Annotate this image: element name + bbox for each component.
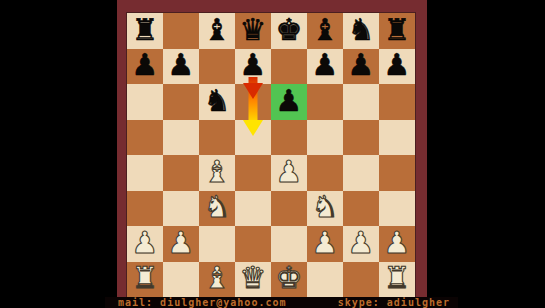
square-h1[interactable]: ♜ [379, 262, 415, 298]
piece-white-bishop[interactable]: ♝ [204, 157, 231, 187]
square-g6[interactable] [343, 84, 379, 120]
square-h6[interactable] [379, 84, 415, 120]
piece-white-pawn[interactable]: ♟ [348, 228, 375, 258]
square-a4[interactable] [127, 155, 163, 191]
square-b5[interactable] [163, 120, 199, 156]
square-c3[interactable]: ♞ [199, 191, 235, 227]
piece-white-knight[interactable]: ♞ [312, 192, 339, 222]
left-letterbox [0, 0, 117, 308]
piece-white-rook[interactable]: ♜ [132, 263, 159, 293]
square-c4[interactable]: ♝ [199, 155, 235, 191]
square-c7[interactable] [199, 49, 235, 85]
square-a2[interactable]: ♟ [127, 226, 163, 262]
piece-black-knight[interactable]: ♞ [348, 15, 375, 45]
square-f5[interactable] [307, 120, 343, 156]
square-d7[interactable]: ♟ [235, 49, 271, 85]
square-c1[interactable]: ♝ [199, 262, 235, 298]
square-g2[interactable]: ♟ [343, 226, 379, 262]
square-h8[interactable]: ♜ [379, 13, 415, 49]
piece-black-rook[interactable]: ♜ [384, 15, 411, 45]
video-frame: ♜♝♛♚♝♞♜♟♟♟♟♟♟♞♟♝♟♞♞♟♟♟♟♟♜♝♛♚♜ [117, 0, 427, 297]
piece-white-pawn[interactable]: ♟ [312, 228, 339, 258]
square-e2[interactable] [271, 226, 307, 262]
square-f4[interactable] [307, 155, 343, 191]
square-e4[interactable]: ♟ [271, 155, 307, 191]
piece-black-pawn[interactable]: ♟ [312, 50, 339, 80]
piece-black-bishop[interactable]: ♝ [204, 15, 231, 45]
square-f6[interactable] [307, 84, 343, 120]
square-a3[interactable] [127, 191, 163, 227]
right-letterbox [427, 0, 545, 308]
piece-black-rook[interactable]: ♜ [132, 15, 159, 45]
caption-bar: mail: diulgher@yahoo.com skype: adiulghe… [105, 297, 458, 308]
square-g1[interactable] [343, 262, 379, 298]
square-g3[interactable] [343, 191, 379, 227]
square-g4[interactable] [343, 155, 379, 191]
square-b6[interactable] [163, 84, 199, 120]
piece-white-king[interactable]: ♚ [276, 263, 303, 293]
chess-board[interactable]: ♜♝♛♚♝♞♜♟♟♟♟♟♟♞♟♝♟♞♞♟♟♟♟♟♜♝♛♚♜ [127, 13, 415, 297]
square-g7[interactable]: ♟ [343, 49, 379, 85]
square-f7[interactable]: ♟ [307, 49, 343, 85]
piece-black-knight[interactable]: ♞ [204, 86, 231, 116]
square-e6[interactable]: ♟ [271, 84, 307, 120]
piece-black-bishop[interactable]: ♝ [312, 15, 339, 45]
square-d8[interactable]: ♛ [235, 13, 271, 49]
square-h4[interactable] [379, 155, 415, 191]
square-c8[interactable]: ♝ [199, 13, 235, 49]
square-h5[interactable] [379, 120, 415, 156]
square-e8[interactable]: ♚ [271, 13, 307, 49]
square-b1[interactable] [163, 262, 199, 298]
square-d6[interactable] [235, 84, 271, 120]
piece-black-pawn[interactable]: ♟ [384, 50, 411, 80]
square-d4[interactable] [235, 155, 271, 191]
square-h7[interactable]: ♟ [379, 49, 415, 85]
piece-black-queen[interactable]: ♛ [240, 15, 267, 45]
piece-white-queen[interactable]: ♛ [240, 263, 267, 293]
square-b8[interactable] [163, 13, 199, 49]
square-g5[interactable] [343, 120, 379, 156]
piece-white-pawn[interactable]: ♟ [168, 228, 195, 258]
square-b7[interactable]: ♟ [163, 49, 199, 85]
square-e7[interactable] [271, 49, 307, 85]
piece-black-king[interactable]: ♚ [276, 15, 303, 45]
piece-black-pawn[interactable]: ♟ [132, 50, 159, 80]
square-f1[interactable] [307, 262, 343, 298]
square-b3[interactable] [163, 191, 199, 227]
video-player: ♜♝♛♚♝♞♜♟♟♟♟♟♟♞♟♝♟♞♞♟♟♟♟♟♜♝♛♚♜ mail: diul… [0, 0, 545, 308]
square-f3[interactable]: ♞ [307, 191, 343, 227]
piece-white-bishop[interactable]: ♝ [204, 263, 231, 293]
square-c6[interactable]: ♞ [199, 84, 235, 120]
square-c5[interactable] [199, 120, 235, 156]
piece-white-pawn[interactable]: ♟ [276, 157, 303, 187]
square-e5[interactable] [271, 120, 307, 156]
square-a7[interactable]: ♟ [127, 49, 163, 85]
piece-black-pawn[interactable]: ♟ [240, 50, 267, 80]
mail-text: mail: diulgher@yahoo.com [118, 297, 287, 308]
square-b2[interactable]: ♟ [163, 226, 199, 262]
square-g8[interactable]: ♞ [343, 13, 379, 49]
square-a5[interactable] [127, 120, 163, 156]
piece-black-pawn[interactable]: ♟ [276, 86, 303, 116]
square-f8[interactable]: ♝ [307, 13, 343, 49]
square-d1[interactable]: ♛ [235, 262, 271, 298]
square-h3[interactable] [379, 191, 415, 227]
square-b4[interactable] [163, 155, 199, 191]
square-f2[interactable]: ♟ [307, 226, 343, 262]
square-a8[interactable]: ♜ [127, 13, 163, 49]
piece-white-rook[interactable]: ♜ [384, 263, 411, 293]
piece-black-pawn[interactable]: ♟ [168, 50, 195, 80]
square-h2[interactable]: ♟ [379, 226, 415, 262]
piece-white-pawn[interactable]: ♟ [132, 228, 159, 258]
square-e1[interactable]: ♚ [271, 262, 307, 298]
piece-white-knight[interactable]: ♞ [204, 192, 231, 222]
piece-white-pawn[interactable]: ♟ [384, 228, 411, 258]
square-a6[interactable] [127, 84, 163, 120]
piece-black-pawn[interactable]: ♟ [348, 50, 375, 80]
square-d3[interactable] [235, 191, 271, 227]
square-e3[interactable] [271, 191, 307, 227]
square-a1[interactable]: ♜ [127, 262, 163, 298]
square-d2[interactable] [235, 226, 271, 262]
square-c2[interactable] [199, 226, 235, 262]
skype-text: skype: adiulgher [338, 297, 450, 308]
square-d5[interactable] [235, 120, 271, 156]
